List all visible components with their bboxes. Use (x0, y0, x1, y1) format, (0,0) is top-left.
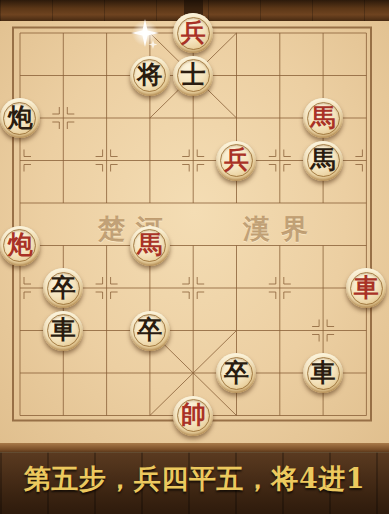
piece-black-cannon[interactable]: 炮 (0, 98, 40, 138)
piece-glyph: 炮 (7, 105, 32, 130)
piece-glyph: 卒 (224, 360, 249, 385)
piece-glyph: 卒 (51, 275, 76, 300)
piece-layer: 兵将士炮馬兵馬炮馬卒車車卒卒車帥 (0, 12, 388, 437)
piece-red-cannon[interactable]: 炮 (0, 226, 40, 266)
piece-red-horse[interactable]: 馬 (303, 98, 343, 138)
piece-glyph: 兵 (224, 147, 249, 172)
xiangqi-app: 楚河 漢界 兵将士炮馬兵馬炮馬卒車車卒卒車帥 第五步，兵四平五，将4进1 (0, 0, 389, 514)
piece-black-chariot[interactable]: 車 (43, 311, 83, 351)
piece-red-horse[interactable]: 馬 (130, 226, 170, 266)
piece-glyph: 馬 (137, 232, 162, 257)
piece-black-soldier[interactable]: 卒 (130, 311, 170, 351)
piece-glyph: 兵 (181, 20, 206, 45)
piece-black-soldier[interactable]: 卒 (216, 353, 256, 393)
piece-red-soldier[interactable]: 兵 (216, 141, 256, 181)
piece-red-soldier[interactable]: 兵 (173, 13, 213, 53)
piece-black-advisor[interactable]: 士 (173, 56, 213, 96)
piece-black-general[interactable]: 将 (130, 56, 170, 96)
piece-glyph: 士 (181, 62, 206, 87)
piece-glyph: 将 (137, 62, 162, 87)
piece-glyph: 卒 (137, 317, 162, 342)
piece-black-soldier[interactable]: 卒 (43, 268, 83, 308)
piece-black-horse[interactable]: 馬 (303, 141, 343, 181)
piece-red-general[interactable]: 帥 (173, 396, 213, 436)
piece-red-chariot[interactable]: 車 (346, 268, 386, 308)
piece-glyph: 馬 (311, 147, 336, 172)
piece-glyph: 馬 (311, 105, 336, 130)
piece-glyph: 車 (354, 275, 379, 300)
piece-glyph: 車 (51, 317, 76, 342)
last-move-sparkle-icon (125, 13, 165, 53)
piece-glyph: 車 (311, 360, 336, 385)
piece-glyph: 帥 (181, 402, 206, 427)
piece-black-chariot[interactable]: 車 (303, 353, 343, 393)
piece-glyph: 炮 (7, 232, 32, 257)
